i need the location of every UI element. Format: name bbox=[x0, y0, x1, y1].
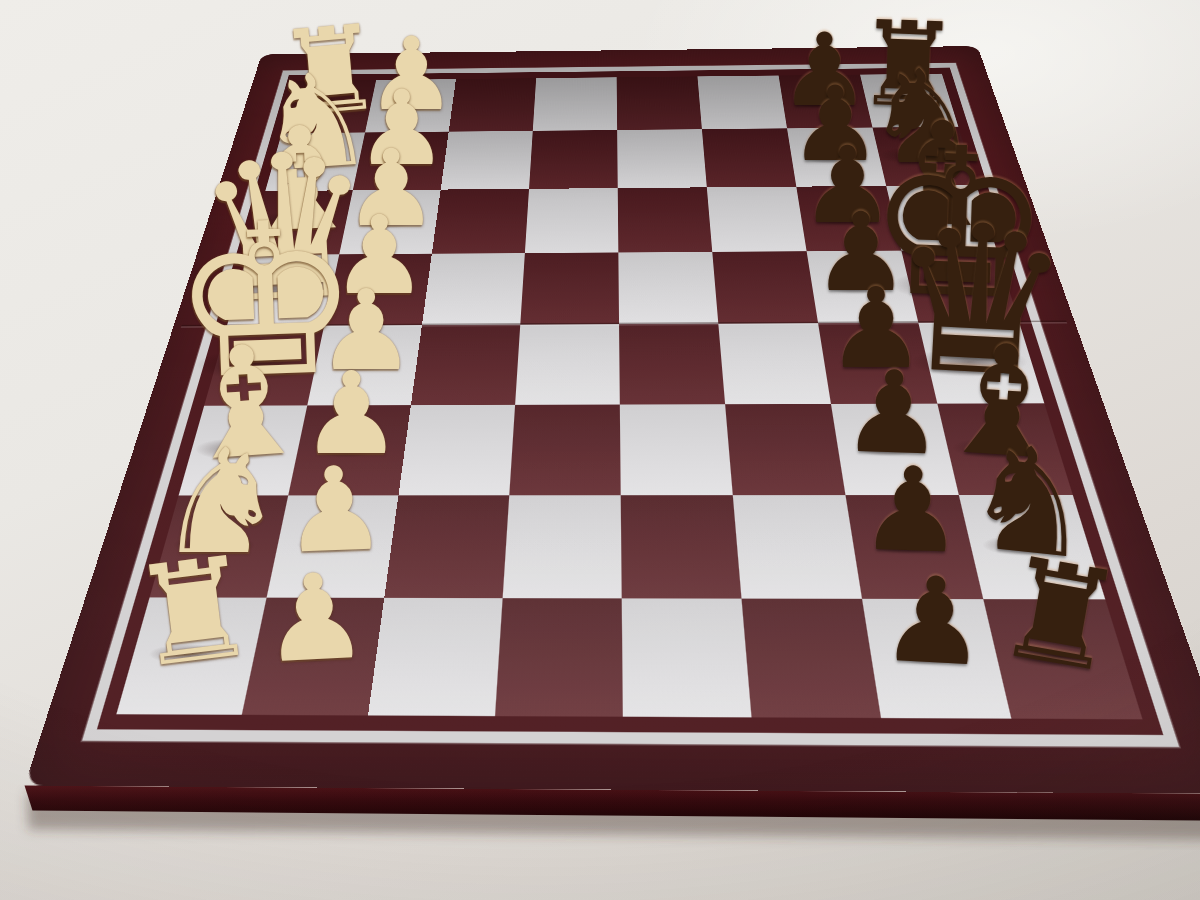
square-c8[interactable] bbox=[886, 185, 996, 250]
square-b7[interactable] bbox=[787, 128, 886, 187]
square-c4[interactable] bbox=[525, 188, 618, 253]
square-e1[interactable] bbox=[204, 326, 324, 406]
square-f5[interactable] bbox=[620, 404, 733, 495]
square-b8[interactable] bbox=[872, 127, 976, 186]
square-g4[interactable] bbox=[503, 495, 622, 598]
square-b6[interactable] bbox=[702, 128, 796, 187]
square-a6[interactable] bbox=[697, 76, 787, 130]
square-d7[interactable] bbox=[807, 251, 919, 324]
square-b1[interactable] bbox=[265, 132, 365, 191]
square-a7[interactable] bbox=[779, 75, 873, 129]
square-e7[interactable] bbox=[818, 323, 937, 404]
square-f8[interactable] bbox=[937, 403, 1072, 495]
square-d5[interactable] bbox=[618, 252, 718, 324]
square-e5[interactable] bbox=[619, 324, 725, 405]
square-d1[interactable] bbox=[227, 254, 339, 326]
square-g3[interactable] bbox=[384, 495, 509, 598]
square-f4[interactable] bbox=[509, 405, 620, 496]
square-g5[interactable] bbox=[621, 495, 742, 598]
square-e4[interactable] bbox=[515, 324, 620, 405]
square-a8[interactable] bbox=[860, 74, 958, 128]
square-b2[interactable] bbox=[353, 132, 449, 191]
board-grid bbox=[116, 74, 1142, 720]
square-c2[interactable] bbox=[339, 190, 440, 255]
square-g6[interactable] bbox=[733, 495, 862, 599]
square-f1[interactable] bbox=[179, 405, 308, 495]
square-d3[interactable] bbox=[422, 253, 525, 325]
square-c1[interactable] bbox=[247, 190, 353, 255]
square-h1[interactable] bbox=[116, 597, 266, 714]
scene-photo: ♜♞♝♛♚♝♞♜♟♟♟♟♟♟♟♟♟♟♟♟♟♟♟♟♜♞♝♚♛♝♞♜ bbox=[0, 0, 1200, 900]
square-b4[interactable] bbox=[529, 130, 618, 189]
square-d2[interactable] bbox=[324, 254, 432, 326]
square-g8[interactable] bbox=[959, 495, 1105, 599]
square-b3[interactable] bbox=[441, 131, 533, 190]
square-h2[interactable] bbox=[242, 598, 384, 716]
square-a2[interactable] bbox=[365, 79, 456, 132]
square-e6[interactable] bbox=[718, 323, 831, 404]
square-c5[interactable] bbox=[618, 187, 713, 252]
square-a4[interactable] bbox=[533, 77, 617, 131]
square-e3[interactable] bbox=[411, 325, 520, 405]
square-h4[interactable] bbox=[495, 598, 623, 717]
square-a1[interactable] bbox=[282, 80, 376, 133]
square-b5[interactable] bbox=[617, 129, 707, 188]
square-e8[interactable] bbox=[918, 322, 1044, 403]
square-c6[interactable] bbox=[707, 187, 807, 252]
square-g2[interactable] bbox=[267, 495, 399, 598]
square-c3[interactable] bbox=[432, 189, 529, 254]
square-h8[interactable] bbox=[983, 599, 1142, 719]
square-f6[interactable] bbox=[725, 404, 845, 495]
square-f3[interactable] bbox=[398, 405, 515, 496]
square-h6[interactable] bbox=[742, 599, 882, 718]
square-h3[interactable] bbox=[368, 598, 503, 716]
square-e2[interactable] bbox=[307, 325, 422, 405]
square-c7[interactable] bbox=[796, 186, 901, 251]
square-g1[interactable] bbox=[150, 495, 289, 597]
square-a3[interactable] bbox=[449, 78, 536, 131]
square-h5[interactable] bbox=[622, 598, 752, 717]
square-a5[interactable] bbox=[617, 76, 702, 130]
square-d4[interactable] bbox=[520, 252, 619, 324]
square-d8[interactable] bbox=[901, 250, 1019, 323]
square-f2[interactable] bbox=[288, 405, 411, 495]
square-d6[interactable] bbox=[712, 251, 818, 323]
